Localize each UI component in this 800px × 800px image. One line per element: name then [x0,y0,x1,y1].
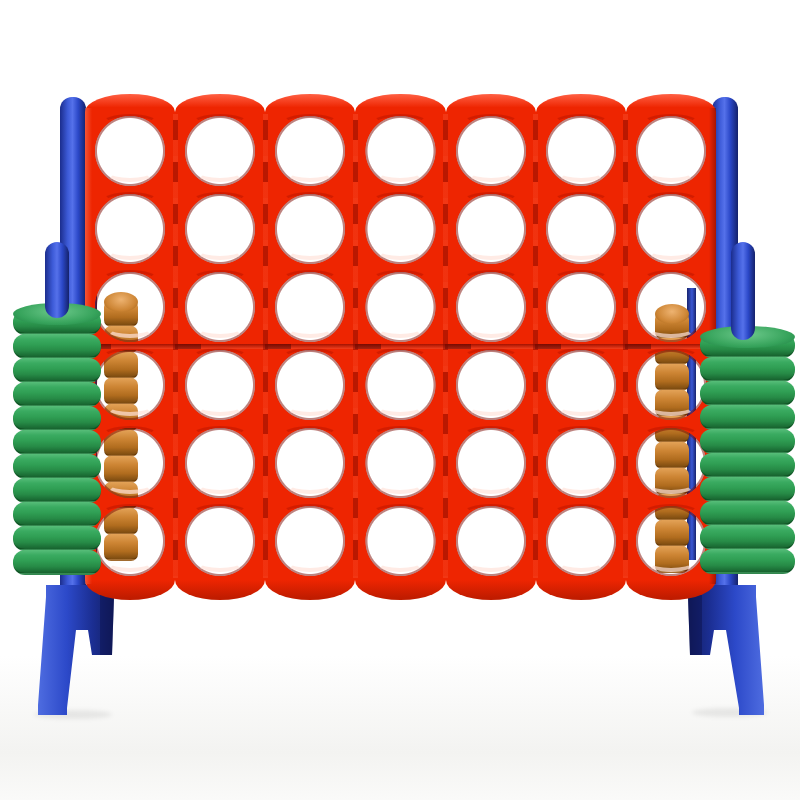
ring-post-left [45,242,69,318]
scallop-bump [175,580,265,600]
cell-r4c3[interactable] [265,346,355,424]
green-ring-stack-right [700,326,795,574]
green-ring[interactable] [13,406,101,431]
scallop-bump [536,580,626,600]
green-ring[interactable] [700,405,795,430]
cell-r2c1[interactable] [85,190,175,268]
cell-r1c7[interactable] [626,112,716,190]
cell-r3c6[interactable] [536,268,626,346]
cell-r3c3[interactable] [265,268,355,346]
board-half-seam [85,344,716,349]
scallop-bump [446,580,536,600]
ring-post-right [731,242,755,340]
cell-r3c2[interactable] [175,268,265,346]
cell-r2c7[interactable] [626,190,716,268]
green-ring[interactable] [700,525,795,550]
cell-r6c3[interactable] [265,502,355,580]
cell-r1c4[interactable] [355,112,445,190]
green-ring[interactable] [700,477,795,502]
scallop-bump [175,94,265,112]
scallop-bump [265,94,355,112]
green-ring[interactable] [700,549,795,574]
frame-leg-left [34,581,120,717]
cell-r4c5[interactable] [446,346,536,424]
green-ring[interactable] [13,454,101,479]
cell-r5c5[interactable] [446,424,536,502]
cell-r6c5[interactable] [446,502,536,580]
cell-r2c2[interactable] [175,190,265,268]
green-ring[interactable] [13,526,101,551]
cell-r1c5[interactable] [446,112,536,190]
cell-r6c6[interactable] [536,502,626,580]
cell-r4c2[interactable] [175,346,265,424]
scallop-top [85,94,716,112]
cell-r1c1[interactable] [85,112,175,190]
cell-r5c3[interactable] [265,424,355,502]
scallop-bump [85,580,175,600]
cell-r5c2[interactable] [175,424,265,502]
frame-leg-right [680,581,768,717]
cell-r1c2[interactable] [175,112,265,190]
cell-r5c4[interactable] [355,424,445,502]
cell-r2c3[interactable] [265,190,355,268]
cell-r2c6[interactable] [536,190,626,268]
cell-r2c4[interactable] [355,190,445,268]
cell-r4c6[interactable] [536,346,626,424]
green-ring-stack-left [13,303,101,575]
scallop-bump [355,94,445,112]
green-ring[interactable] [13,334,101,359]
cell-r3c5[interactable] [446,268,536,346]
connect4-board [85,94,716,600]
green-ring[interactable] [700,381,795,406]
scallop-bump [355,580,445,600]
cell-r2c5[interactable] [446,190,536,268]
scallop-bump [265,580,355,600]
cell-r4c4[interactable] [355,346,445,424]
cell-r5c6[interactable] [536,424,626,502]
green-ring[interactable] [13,382,101,407]
green-ring[interactable] [700,429,795,454]
scallop-bump [536,94,626,112]
scallop-bump [626,94,716,112]
green-ring[interactable] [700,357,795,382]
green-ring[interactable] [700,501,795,526]
scallop-bump [446,94,536,112]
scallop-bump [626,580,716,600]
cell-r3c4[interactable] [355,268,445,346]
scallop-bottom [85,580,716,600]
cell-r1c3[interactable] [265,112,355,190]
scallop-bump [85,94,175,112]
green-ring[interactable] [13,430,101,455]
cell-r6c4[interactable] [355,502,445,580]
green-ring[interactable] [13,478,101,503]
cell-r1c6[interactable] [536,112,626,190]
cell-r6c2[interactable] [175,502,265,580]
green-ring[interactable] [13,550,101,575]
green-ring[interactable] [13,358,101,383]
green-ring[interactable] [700,453,795,478]
product-photo-scene [0,0,800,800]
green-ring[interactable] [13,502,101,527]
